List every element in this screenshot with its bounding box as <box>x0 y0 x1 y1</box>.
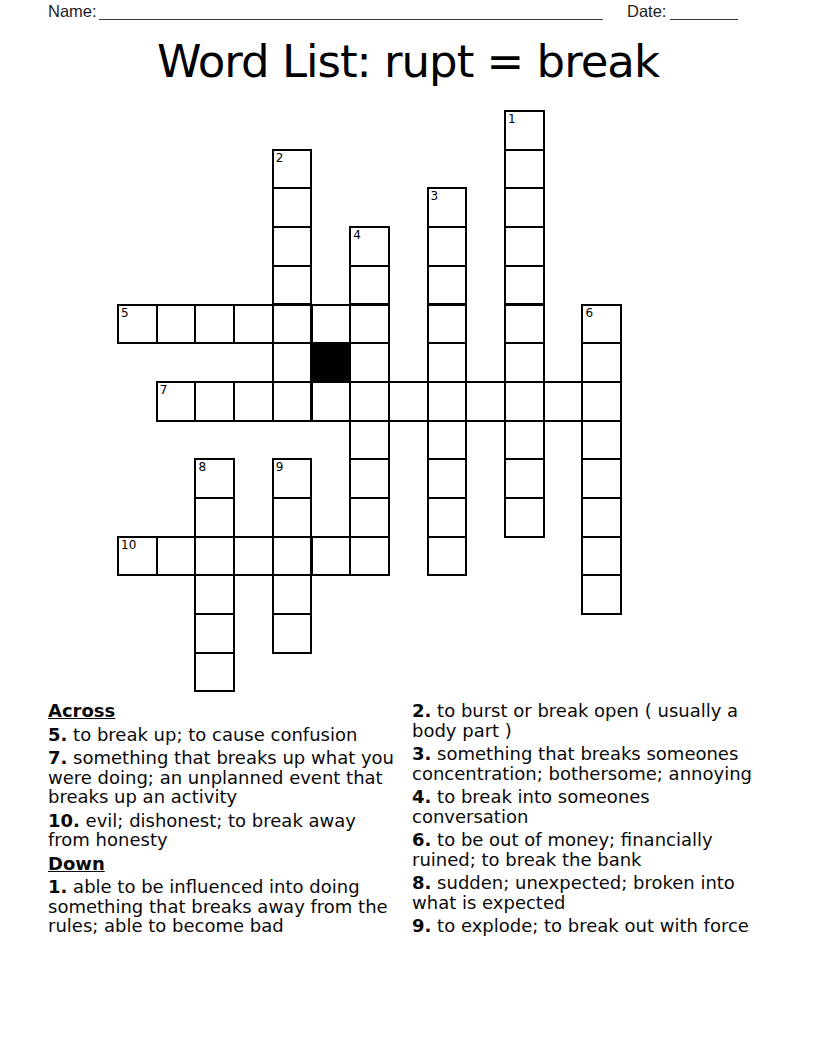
grid-cell <box>349 458 390 499</box>
grid-cell <box>427 458 468 499</box>
grid-cell <box>543 381 584 422</box>
grid-cell <box>272 536 313 577</box>
grid-cell <box>581 574 622 615</box>
grid-cell <box>311 536 352 577</box>
grid-cell: 2 <box>272 149 313 190</box>
date-blank-line <box>670 3 738 20</box>
grid-cell <box>504 149 545 190</box>
grid-cell <box>504 458 545 499</box>
grid-cell: 4 <box>349 226 390 267</box>
grid-cell <box>427 381 468 422</box>
grid-cell <box>504 226 545 267</box>
grid-cell <box>427 265 468 306</box>
grid-cell <box>349 420 390 461</box>
grid-cell: 8 <box>194 458 235 499</box>
clue-number-label: 8. <box>412 872 431 893</box>
clue-number: 6 <box>585 306 593 320</box>
grid-cell: 1 <box>504 110 545 151</box>
grid-cell <box>504 265 545 306</box>
clues-right-column: 2. to burst or break open ( usually a bo… <box>412 701 756 940</box>
worksheet-page: Name: Date: Word List: rupt = break 1234… <box>0 0 816 1056</box>
grid-cell: 3 <box>427 187 468 228</box>
grid-cell <box>504 420 545 461</box>
grid-cell <box>581 342 622 383</box>
grid-cell <box>272 187 313 228</box>
grid-cell <box>194 574 235 615</box>
grid-cell <box>581 497 622 538</box>
grid-cell <box>233 304 274 345</box>
grid-cell <box>427 304 468 345</box>
grid-cell: 5 <box>117 304 158 345</box>
clue-number-label: 6. <box>412 829 431 850</box>
clue-down-9: 9. to explode; to break out with force <box>412 916 756 936</box>
grid-cell <box>194 536 235 577</box>
grid-cell: 10 <box>117 536 158 577</box>
clue-down-2: 2. to burst or break open ( usually a bo… <box>412 701 756 740</box>
grid-cell <box>427 420 468 461</box>
clue-number-label: 10. <box>48 810 80 831</box>
grid-cell: 9 <box>272 458 313 499</box>
grid-cell <box>272 381 313 422</box>
grid-cell <box>504 304 545 345</box>
clue-down-6: 6. to be out of money; financially ruine… <box>412 830 756 869</box>
grid-cell <box>194 652 235 693</box>
grid-cell <box>465 381 506 422</box>
clues-header-across: Across <box>48 701 400 721</box>
clue-across-5: 5. to break up; to cause confusion <box>48 725 400 745</box>
clue-number-label: 1. <box>48 876 67 897</box>
clue-number-label: 7. <box>48 747 67 768</box>
grid-cell <box>427 342 468 383</box>
clue-number: 7 <box>160 383 168 397</box>
grid-cell <box>272 226 313 267</box>
grid-cell <box>311 304 352 345</box>
grid-cell <box>349 536 390 577</box>
name-label: Name: <box>48 2 97 21</box>
clue-down-8: 8. sudden; unexpected; broken into what … <box>412 873 756 912</box>
grid-cell <box>581 458 622 499</box>
clue-number: 3 <box>431 189 439 203</box>
name-blank-line <box>99 3 603 20</box>
grid-cell <box>581 381 622 422</box>
clue-number-label: 9. <box>412 915 431 936</box>
grid-cell <box>311 381 352 422</box>
clue-across-10: 10. evil; dishonest; to break away from … <box>48 811 400 850</box>
clue-down-1: 1. able to be influenced into doing some… <box>48 877 400 936</box>
grid-cell <box>349 265 390 306</box>
grid-cell <box>504 497 545 538</box>
grid-cell <box>272 265 313 306</box>
clue-number: 9 <box>276 460 284 474</box>
date-label: Date: <box>627 2 666 21</box>
crossword-grid: 12345678910 <box>117 110 623 693</box>
clues-header-down: Down <box>48 854 400 874</box>
clue-number: 8 <box>198 460 206 474</box>
grid-cell <box>194 304 235 345</box>
grid-cell <box>427 536 468 577</box>
grid-cell <box>504 381 545 422</box>
grid-cell <box>272 342 313 383</box>
grid-cell <box>581 420 622 461</box>
black-cell <box>311 342 352 383</box>
clue-number-label: 3. <box>412 743 431 764</box>
grid-cell <box>427 226 468 267</box>
grid-cell: 6 <box>581 304 622 345</box>
grid-cell <box>349 381 390 422</box>
clue-down-3: 3. something that breaks someones concen… <box>412 744 756 783</box>
clue-down-4: 4. to break into someones conversation <box>412 787 756 826</box>
grid-cell <box>504 187 545 228</box>
grid-cell <box>272 613 313 654</box>
clue-number: 4 <box>353 228 361 242</box>
clue-number: 2 <box>276 151 284 165</box>
grid-cell <box>194 497 235 538</box>
clue-number: 5 <box>121 306 129 320</box>
grid-cell <box>233 381 274 422</box>
grid-cell <box>156 536 197 577</box>
grid-cell <box>349 342 390 383</box>
clue-number-label: 2. <box>412 700 431 721</box>
clue-number-label: 5. <box>48 724 67 745</box>
grid-cell <box>272 497 313 538</box>
clues-left-column: Across5. to break up; to cause confusion… <box>48 701 400 940</box>
clue-number: 1 <box>508 112 516 126</box>
clue-number-label: 4. <box>412 786 431 807</box>
grid-cell <box>272 304 313 345</box>
grid-cell <box>194 381 235 422</box>
grid-cell <box>349 497 390 538</box>
puzzle-title: Word List: rupt = break <box>0 36 816 88</box>
grid-cell <box>194 613 235 654</box>
grid-cell <box>349 304 390 345</box>
grid-cell: 7 <box>156 381 197 422</box>
grid-cell <box>156 304 197 345</box>
grid-cell <box>504 342 545 383</box>
clue-number: 10 <box>121 538 136 552</box>
grid-cell <box>427 497 468 538</box>
grid-cell <box>388 381 429 422</box>
grid-cell <box>581 536 622 577</box>
grid-cell <box>272 574 313 615</box>
clue-across-7: 7. something that breaks up what you wer… <box>48 748 400 807</box>
grid-cell <box>233 536 274 577</box>
